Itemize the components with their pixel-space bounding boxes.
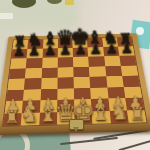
piece-white-knight-g1[interactable]: ♞ (110, 102, 129, 123)
square-g7[interactable]: ♟ (103, 46, 119, 56)
chess-board-grid: ♜♞♝♛♚♝♞♜♟♟♟♟♟♟♟♟♟♟♟♟♟♟♟♟♜♞♝♛♚♝♞♜ (3, 37, 146, 126)
square-f7[interactable]: ♟ (88, 47, 104, 57)
square-h1[interactable]: ♜ (127, 110, 147, 123)
square-h6[interactable] (119, 55, 136, 65)
square-d4[interactable] (57, 77, 74, 88)
piece-black-pawn-g7[interactable]: ♟ (105, 42, 117, 56)
piece-white-rook-h1[interactable]: ♜ (129, 105, 145, 123)
brass-clasp-pin (73, 127, 79, 132)
square-b1[interactable]: ♞ (21, 112, 40, 125)
square-g4[interactable] (106, 76, 124, 87)
square-f6[interactable] (88, 56, 104, 66)
square-c5[interactable] (41, 67, 57, 78)
square-f4[interactable] (90, 76, 107, 87)
square-g1[interactable]: ♞ (109, 110, 128, 123)
square-a7[interactable]: ♟ (11, 49, 27, 59)
square-e7[interactable]: ♟ (73, 47, 89, 57)
square-f5[interactable] (89, 66, 106, 77)
piece-black-pawn-f7[interactable]: ♟ (90, 43, 102, 57)
piece-white-knight-b1[interactable]: ♞ (20, 104, 39, 125)
square-f1[interactable]: ♝ (92, 111, 111, 124)
square-d6[interactable] (58, 57, 74, 67)
square-b6[interactable] (26, 58, 42, 68)
square-g6[interactable] (104, 56, 121, 66)
square-e4[interactable] (74, 77, 91, 88)
piece-black-pawn-b7[interactable]: ♟ (28, 44, 40, 58)
square-a6[interactable] (10, 58, 27, 68)
square-e5[interactable] (73, 66, 89, 77)
piece-black-pawn-e7[interactable]: ♟ (74, 43, 86, 57)
square-c4[interactable] (41, 78, 58, 89)
square-b7[interactable]: ♟ (27, 48, 43, 58)
square-d5[interactable] (57, 67, 73, 78)
piece-black-pawn-d7[interactable]: ♟ (59, 44, 71, 58)
piece-black-pawn-a7[interactable]: ♟ (13, 45, 25, 59)
square-a4[interactable] (8, 78, 25, 89)
piece-white-rook-a1[interactable]: ♜ (4, 108, 20, 126)
piece-white-bishop-f1[interactable]: ♝ (91, 102, 111, 124)
square-g5[interactable] (105, 66, 122, 77)
square-h7[interactable]: ♟ (118, 46, 135, 56)
chess-photo-scene: ♜♞♝♛♚♝♞♜♟♟♟♟♟♟♟♟♟♟♟♟♟♟♟♟♜♞♝♛♚♝♞♜ (0, 0, 150, 150)
square-h4[interactable] (122, 76, 140, 87)
square-c7[interactable]: ♟ (42, 48, 57, 58)
square-a5[interactable] (9, 68, 26, 79)
piece-black-pawn-c7[interactable]: ♟ (44, 44, 56, 58)
piece-black-pawn-h7[interactable]: ♟ (120, 42, 132, 56)
square-b4[interactable] (24, 78, 41, 89)
square-d7[interactable]: ♟ (58, 48, 73, 58)
square-b5[interactable] (25, 68, 42, 79)
square-h5[interactable] (121, 65, 139, 76)
square-e6[interactable] (73, 57, 89, 67)
square-c6[interactable] (42, 57, 58, 67)
